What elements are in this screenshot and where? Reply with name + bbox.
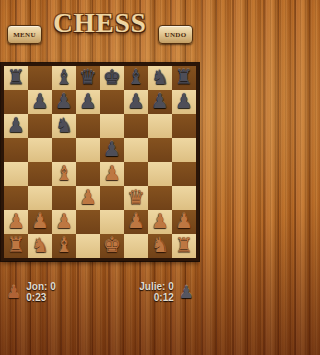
black-pawn: ♟ [31,91,49,111]
black-bishop: ♝ [127,67,145,87]
black-rook: ♜ [175,67,193,87]
square-h2[interactable]: ♟ [172,210,196,234]
menu-button[interactable]: MENU [7,25,42,44]
square-e2[interactable] [100,210,124,234]
square-e4[interactable]: ♟ [100,162,124,186]
black-player-clock: 0:12 [154,292,174,303]
square-c8[interactable]: ♝ [52,66,76,90]
square-d3[interactable]: ♟ [76,186,100,210]
square-e5[interactable]: ♟ [100,138,124,162]
square-f3[interactable]: ♛ [124,186,148,210]
square-b6[interactable] [28,114,52,138]
white-rook: ♜ [175,235,193,255]
square-b1[interactable]: ♞ [28,234,52,258]
black-king: ♚ [103,67,121,87]
square-h8[interactable]: ♜ [172,66,196,90]
square-b2[interactable]: ♟ [28,210,52,234]
black-pawn: ♟ [7,115,25,135]
white-king: ♚ [103,235,121,255]
white-pawn: ♟ [151,211,169,231]
square-d1[interactable] [76,234,100,258]
undo-button[interactable]: UNDO [158,25,193,44]
white-knight: ♞ [31,235,49,255]
white-pawn: ♟ [175,211,193,231]
white-player-clock: 0:23 [26,292,55,303]
status-bar: ♟ Jon: 0 0:23 Julie: 0 0:12 ♟ [0,281,200,303]
black-pawn: ♟ [79,91,97,111]
square-c7[interactable]: ♟ [52,90,76,114]
board-frame: ♜♝♛♚♝♞♜♟♟♟♟♟♟♟♞♟♝♟♟♛♟♟♟♟♟♟♜♞♝♚♞♜ [1,63,199,261]
square-a1[interactable]: ♜ [4,234,28,258]
square-e3[interactable] [100,186,124,210]
white-queen: ♛ [127,187,145,207]
square-g2[interactable]: ♟ [148,210,172,234]
black-pawn: ♟ [55,91,73,111]
player-black: Julie: 0 0:12 ♟ [139,281,194,303]
white-pawn: ♟ [103,163,121,183]
black-pawn: ♟ [151,91,169,111]
top-bar: CHESS MENU UNDO [0,0,200,62]
square-e6[interactable] [100,114,124,138]
square-e1[interactable]: ♚ [100,234,124,258]
square-a6[interactable]: ♟ [4,114,28,138]
square-d6[interactable] [76,114,100,138]
square-b8[interactable] [28,66,52,90]
square-g8[interactable]: ♞ [148,66,172,90]
square-c5[interactable] [52,138,76,162]
square-f8[interactable]: ♝ [124,66,148,90]
square-g1[interactable]: ♞ [148,234,172,258]
square-f7[interactable]: ♟ [124,90,148,114]
square-e8[interactable]: ♚ [100,66,124,90]
square-f6[interactable] [124,114,148,138]
white-pawn: ♟ [55,211,73,231]
square-b4[interactable] [28,162,52,186]
black-queen: ♛ [79,67,97,87]
black-pawn: ♟ [103,139,121,159]
black-knight: ♞ [151,67,169,87]
square-a3[interactable] [4,186,28,210]
black-pawn: ♟ [127,91,145,111]
square-b7[interactable]: ♟ [28,90,52,114]
square-a5[interactable] [4,138,28,162]
black-knight: ♞ [55,115,73,135]
square-h3[interactable] [172,186,196,210]
white-pawn: ♟ [79,187,97,207]
square-h4[interactable] [172,162,196,186]
square-b3[interactable] [28,186,52,210]
white-pawn: ♟ [31,211,49,231]
white-pawn-icon: ♟ [6,284,21,301]
square-b5[interactable] [28,138,52,162]
square-c2[interactable]: ♟ [52,210,76,234]
square-g5[interactable] [148,138,172,162]
chess-board[interactable]: ♜♝♛♚♝♞♜♟♟♟♟♟♟♟♞♟♝♟♟♛♟♟♟♟♟♟♜♞♝♚♞♜ [4,66,196,258]
white-bishop: ♝ [55,163,73,183]
black-bishop: ♝ [55,67,73,87]
square-d2[interactable] [76,210,100,234]
square-c3[interactable] [52,186,76,210]
square-c6[interactable]: ♞ [52,114,76,138]
white-bishop: ♝ [55,235,73,255]
square-h1[interactable]: ♜ [172,234,196,258]
square-c4[interactable]: ♝ [52,162,76,186]
square-f4[interactable] [124,162,148,186]
square-g4[interactable] [148,162,172,186]
square-e7[interactable] [100,90,124,114]
square-h5[interactable] [172,138,196,162]
white-rook: ♜ [7,235,25,255]
white-player-score: Jon: 0 [26,281,55,292]
square-a8[interactable]: ♜ [4,66,28,90]
white-knight: ♞ [151,235,169,255]
player-white: ♟ Jon: 0 0:23 [6,281,56,303]
square-d4[interactable] [76,162,100,186]
black-player-score: Julie: 0 [139,281,173,292]
square-d7[interactable]: ♟ [76,90,100,114]
square-d5[interactable] [76,138,100,162]
square-d8[interactable]: ♛ [76,66,100,90]
square-c1[interactable]: ♝ [52,234,76,258]
square-a4[interactable] [4,162,28,186]
black-pawn-icon: ♟ [179,284,194,301]
black-rook: ♜ [7,67,25,87]
white-pawn: ♟ [127,211,145,231]
black-pawn: ♟ [175,91,193,111]
square-a2[interactable]: ♟ [4,210,28,234]
square-g3[interactable] [148,186,172,210]
square-a7[interactable] [4,90,28,114]
square-f5[interactable] [124,138,148,162]
white-pawn: ♟ [7,211,25,231]
square-f2[interactable]: ♟ [124,210,148,234]
square-f1[interactable] [124,234,148,258]
square-h7[interactable]: ♟ [172,90,196,114]
square-g7[interactable]: ♟ [148,90,172,114]
square-g6[interactable] [148,114,172,138]
square-h6[interactable] [172,114,196,138]
